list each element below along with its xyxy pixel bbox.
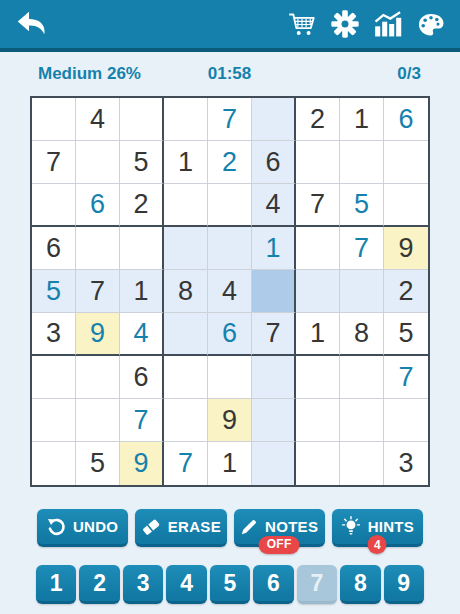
cell-r9c1[interactable] xyxy=(32,442,76,485)
key-2[interactable]: 2 xyxy=(79,565,119,604)
cell-r2c7[interactable] xyxy=(296,141,340,184)
cell-r7c4[interactable] xyxy=(164,356,208,399)
cell-r3c6[interactable]: 4 xyxy=(252,184,296,227)
cell-r5c9[interactable]: 2 xyxy=(384,270,428,313)
cell-r4c9[interactable]: 9 xyxy=(384,227,428,270)
cell-r8c2[interactable] xyxy=(76,399,120,442)
cell-r6c8[interactable]: 8 xyxy=(340,313,384,356)
themes-button[interactable] xyxy=(417,12,445,37)
cell-r9c5[interactable]: 1 xyxy=(208,442,252,485)
stats-icon xyxy=(374,11,402,37)
cart-icon xyxy=(288,12,316,36)
cell-r1c7[interactable]: 2 xyxy=(296,98,340,141)
cell-r4c3[interactable] xyxy=(120,227,164,270)
cell-r9c9[interactable]: 3 xyxy=(384,442,428,485)
cell-r5c1[interactable]: 5 xyxy=(32,270,76,313)
cell-r1c9[interactable]: 6 xyxy=(384,98,428,141)
cell-r9c6[interactable] xyxy=(252,442,296,485)
sudoku-app: Medium 26% 01:58 0/3 4721675126624756179… xyxy=(0,0,460,614)
cell-r8c3[interactable]: 7 xyxy=(120,399,164,442)
notes-badge: OFF xyxy=(259,536,300,554)
cell-r8c5[interactable]: 9 xyxy=(208,399,252,442)
cell-r4c5[interactable] xyxy=(208,227,252,270)
hints-label: HINTS xyxy=(368,518,415,535)
cell-r6c5[interactable]: 6 xyxy=(208,313,252,356)
key-8[interactable]: 8 xyxy=(340,565,380,604)
topbar-icon-group xyxy=(288,10,445,38)
cell-r8c9[interactable] xyxy=(384,399,428,442)
key-4[interactable]: 4 xyxy=(166,565,206,604)
cell-r5c3[interactable]: 1 xyxy=(120,270,164,313)
cell-r2c5[interactable]: 2 xyxy=(208,141,252,184)
cell-r9c3[interactable]: 9 xyxy=(120,442,164,485)
undo-icon xyxy=(47,517,66,536)
cell-r4c6[interactable]: 1 xyxy=(252,227,296,270)
undo-button[interactable]: UNDO xyxy=(37,509,128,547)
cell-r8c6[interactable] xyxy=(252,399,296,442)
cell-r7c9[interactable]: 7 xyxy=(384,356,428,399)
cell-r5c4[interactable]: 8 xyxy=(164,270,208,313)
cell-r3c7[interactable]: 7 xyxy=(296,184,340,227)
key-6[interactable]: 6 xyxy=(253,565,293,604)
key-3[interactable]: 3 xyxy=(123,565,163,604)
score-counter: 0/3 xyxy=(271,64,421,84)
cell-r7c1[interactable] xyxy=(32,356,76,399)
cell-r3c9[interactable] xyxy=(384,184,428,227)
cell-r3c3[interactable]: 2 xyxy=(120,184,164,227)
action-toolbar: UNDO ERASE NOTES OFF xyxy=(0,509,460,547)
lightbulb-icon xyxy=(341,516,361,537)
cell-r3c8[interactable]: 5 xyxy=(340,184,384,227)
cell-r1c5[interactable]: 7 xyxy=(208,98,252,141)
cell-r3c1[interactable] xyxy=(32,184,76,227)
cell-r7c2[interactable] xyxy=(76,356,120,399)
cell-r1c6[interactable] xyxy=(252,98,296,141)
shop-button[interactable] xyxy=(288,12,316,36)
cell-r2c1[interactable]: 7 xyxy=(32,141,76,184)
cell-r6c7[interactable]: 1 xyxy=(296,313,340,356)
status-bar: Medium 26% 01:58 0/3 xyxy=(0,52,460,96)
cell-r8c7[interactable] xyxy=(296,399,340,442)
cell-r9c7[interactable] xyxy=(296,442,340,485)
cell-r4c7[interactable] xyxy=(296,227,340,270)
cell-r2c9[interactable] xyxy=(384,141,428,184)
palette-icon xyxy=(417,12,445,37)
cell-r9c8[interactable] xyxy=(340,442,384,485)
key-1[interactable]: 1 xyxy=(36,565,76,604)
cell-r4c2[interactable] xyxy=(76,227,120,270)
cell-r9c4[interactable]: 7 xyxy=(164,442,208,485)
cell-r7c3[interactable]: 6 xyxy=(120,356,164,399)
cell-r1c4[interactable] xyxy=(164,98,208,141)
cell-r2c8[interactable] xyxy=(340,141,384,184)
difficulty-label: Medium 26% xyxy=(38,64,188,84)
cell-r6c3[interactable]: 4 xyxy=(120,313,164,356)
timer: 01:58 xyxy=(188,64,271,84)
hints-badge: 4 xyxy=(368,535,387,554)
cell-r3c4[interactable] xyxy=(164,184,208,227)
stats-button[interactable] xyxy=(374,11,402,37)
cell-r7c5[interactable] xyxy=(208,356,252,399)
cell-r6c9[interactable]: 5 xyxy=(384,313,428,356)
cell-r2c6[interactable]: 6 xyxy=(252,141,296,184)
cell-r8c1[interactable] xyxy=(32,399,76,442)
cell-r7c8[interactable] xyxy=(340,356,384,399)
cell-r2c4[interactable]: 1 xyxy=(164,141,208,184)
key-9[interactable]: 9 xyxy=(384,565,424,604)
gear-icon xyxy=(331,10,359,38)
cell-r2c2[interactable] xyxy=(76,141,120,184)
cell-r3c5[interactable] xyxy=(208,184,252,227)
cell-r1c2[interactable]: 4 xyxy=(76,98,120,141)
cell-r5c8[interactable] xyxy=(340,270,384,313)
eraser-icon xyxy=(141,517,161,537)
back-icon xyxy=(17,11,47,38)
cell-r1c1[interactable] xyxy=(32,98,76,141)
notes-label: NOTES xyxy=(265,518,318,535)
cell-r8c4[interactable] xyxy=(164,399,208,442)
undo-label: UNDO xyxy=(73,518,118,535)
cell-r7c6[interactable] xyxy=(252,356,296,399)
hints-button[interactable]: HINTS 4 xyxy=(332,509,423,547)
cell-r5c5[interactable]: 4 xyxy=(208,270,252,313)
cell-r6c4[interactable] xyxy=(164,313,208,356)
cell-r4c1[interactable]: 6 xyxy=(32,227,76,270)
cell-r9c2[interactable]: 5 xyxy=(76,442,120,485)
cell-r3c2[interactable]: 6 xyxy=(76,184,120,227)
cell-r4c4[interactable] xyxy=(164,227,208,270)
erase-button[interactable]: ERASE xyxy=(135,509,226,547)
cell-r6c1[interactable]: 3 xyxy=(32,313,76,356)
erase-label: ERASE xyxy=(168,518,221,535)
cell-r2c3[interactable]: 5 xyxy=(120,141,164,184)
cell-r8c8[interactable] xyxy=(340,399,384,442)
settings-button[interactable] xyxy=(331,10,359,38)
cell-r7c7[interactable] xyxy=(296,356,340,399)
cell-r5c2[interactable]: 7 xyxy=(76,270,120,313)
cell-r6c2[interactable]: 9 xyxy=(76,313,120,356)
key-7[interactable]: 7 xyxy=(297,565,337,604)
cell-r1c8[interactable]: 1 xyxy=(340,98,384,141)
cell-r1c3[interactable] xyxy=(120,98,164,141)
number-pad: 123456789 xyxy=(0,565,460,604)
pencil-icon xyxy=(240,518,258,536)
notes-button[interactable]: NOTES OFF xyxy=(234,509,325,547)
cell-r6c6[interactable]: 7 xyxy=(252,313,296,356)
cell-r5c6[interactable] xyxy=(252,270,296,313)
key-5[interactable]: 5 xyxy=(210,565,250,604)
cell-r4c8[interactable]: 7 xyxy=(340,227,384,270)
sudoku-grid: 4721675126624756179571842394671856779597… xyxy=(30,96,430,487)
cell-r5c7[interactable] xyxy=(296,270,340,313)
top-bar xyxy=(0,0,460,52)
back-button[interactable] xyxy=(17,11,47,38)
